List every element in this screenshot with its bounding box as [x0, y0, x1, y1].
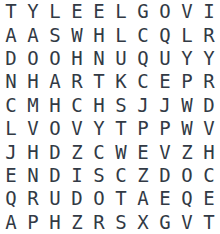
grid-cell-r3c2[interactable]: O: [22, 47, 44, 70]
grid-cell-r6c4[interactable]: V: [66, 117, 88, 140]
grid-cell-r3c7[interactable]: Q: [132, 47, 154, 70]
grid-cell-r5c4[interactable]: C: [66, 94, 88, 117]
grid-cell-r10c9[interactable]: V: [176, 211, 198, 234]
grid-cell-r8c5[interactable]: S: [88, 164, 110, 187]
grid-cell-r3c9[interactable]: Y: [176, 47, 198, 70]
grid-cell-r9c8[interactable]: E: [154, 187, 176, 210]
grid-cell-r7c8[interactable]: V: [154, 140, 176, 163]
grid-cell-r9c1[interactable]: Q: [0, 187, 22, 210]
grid-cell-r7c9[interactable]: Z: [176, 140, 198, 163]
grid-cell-r8c2[interactable]: N: [22, 164, 44, 187]
grid-cell-r10c8[interactable]: G: [154, 211, 176, 234]
grid-cell-r5c10[interactable]: D: [198, 94, 220, 117]
grid-cell-r9c7[interactable]: A: [132, 187, 154, 210]
grid-cell-r1c4[interactable]: E: [66, 0, 88, 23]
grid-cell-r10c6[interactable]: S: [110, 211, 132, 234]
grid-cell-r8c3[interactable]: D: [44, 164, 66, 187]
grid-cell-r9c9[interactable]: Q: [176, 187, 198, 210]
grid-cell-r9c10[interactable]: E: [198, 187, 220, 210]
grid-cell-r8c1[interactable]: E: [0, 164, 22, 187]
grid-cell-r3c6[interactable]: U: [110, 47, 132, 70]
grid-cell-r9c3[interactable]: U: [44, 187, 66, 210]
grid-cell-r8c4[interactable]: I: [66, 164, 88, 187]
grid-cell-r2c1[interactable]: A: [0, 23, 22, 46]
word-search-grid: TYLEELGOVIAASWHLCQLRDOOHNUQUYYNHARTKCEPR…: [0, 0, 220, 234]
grid-cell-r10c3[interactable]: H: [44, 211, 66, 234]
grid-cell-r7c4[interactable]: Z: [66, 140, 88, 163]
grid-cell-r1c10[interactable]: I: [198, 0, 220, 23]
grid-cell-r3c1[interactable]: D: [0, 47, 22, 70]
grid-cell-r5c1[interactable]: C: [0, 94, 22, 117]
grid-cell-r4c5[interactable]: T: [88, 70, 110, 93]
grid-cell-r4c7[interactable]: C: [132, 70, 154, 93]
grid-cell-r10c1[interactable]: A: [0, 211, 22, 234]
grid-cell-r8c7[interactable]: Z: [132, 164, 154, 187]
grid-cell-r4c4[interactable]: R: [66, 70, 88, 93]
grid-cell-r10c10[interactable]: T: [198, 211, 220, 234]
grid-cell-r2c3[interactable]: S: [44, 23, 66, 46]
grid-cell-r7c10[interactable]: H: [198, 140, 220, 163]
grid-cell-r6c9[interactable]: W: [176, 117, 198, 140]
grid-cell-r6c10[interactable]: V: [198, 117, 220, 140]
grid-cell-r6c7[interactable]: P: [132, 117, 154, 140]
grid-cell-r3c10[interactable]: Y: [198, 47, 220, 70]
grid-cell-r8c6[interactable]: C: [110, 164, 132, 187]
grid-cell-r6c2[interactable]: V: [22, 117, 44, 140]
grid-cell-r8c8[interactable]: D: [154, 164, 176, 187]
grid-cell-r2c2[interactable]: A: [22, 23, 44, 46]
grid-cell-r5c2[interactable]: M: [22, 94, 44, 117]
grid-cell-r5c7[interactable]: J: [132, 94, 154, 117]
grid-cell-r10c2[interactable]: P: [22, 211, 44, 234]
grid-cell-r10c7[interactable]: X: [132, 211, 154, 234]
grid-cell-r9c2[interactable]: R: [22, 187, 44, 210]
grid-cell-r6c8[interactable]: P: [154, 117, 176, 140]
grid-cell-r4c6[interactable]: K: [110, 70, 132, 93]
grid-cell-r7c7[interactable]: E: [132, 140, 154, 163]
grid-cell-r1c9[interactable]: V: [176, 0, 198, 23]
grid-cell-r5c3[interactable]: H: [44, 94, 66, 117]
grid-cell-r6c1[interactable]: L: [0, 117, 22, 140]
grid-cell-r1c1[interactable]: T: [0, 0, 22, 23]
grid-cell-r9c5[interactable]: O: [88, 187, 110, 210]
grid-cell-r1c6[interactable]: L: [110, 0, 132, 23]
grid-cell-r2c4[interactable]: W: [66, 23, 88, 46]
grid-cell-r6c5[interactable]: Y: [88, 117, 110, 140]
grid-cell-r1c2[interactable]: Y: [22, 0, 44, 23]
grid-cell-r5c6[interactable]: S: [110, 94, 132, 117]
grid-cell-r4c8[interactable]: E: [154, 70, 176, 93]
grid-cell-r4c3[interactable]: A: [44, 70, 66, 93]
grid-cell-r2c5[interactable]: H: [88, 23, 110, 46]
grid-cell-r1c3[interactable]: L: [44, 0, 66, 23]
grid-cell-r10c5[interactable]: R: [88, 211, 110, 234]
grid-cell-r7c6[interactable]: W: [110, 140, 132, 163]
grid-cell-r4c1[interactable]: N: [0, 70, 22, 93]
grid-cell-r4c2[interactable]: H: [22, 70, 44, 93]
grid-cell-r1c8[interactable]: O: [154, 0, 176, 23]
grid-cell-r9c6[interactable]: T: [110, 187, 132, 210]
grid-cell-r7c5[interactable]: C: [88, 140, 110, 163]
grid-cell-r1c7[interactable]: G: [132, 0, 154, 23]
grid-cell-r7c2[interactable]: H: [22, 140, 44, 163]
grid-cell-r3c3[interactable]: O: [44, 47, 66, 70]
grid-cell-r4c10[interactable]: R: [198, 70, 220, 93]
grid-cell-r2c7[interactable]: C: [132, 23, 154, 46]
grid-cell-r5c5[interactable]: H: [88, 94, 110, 117]
grid-cell-r3c5[interactable]: N: [88, 47, 110, 70]
grid-cell-r6c3[interactable]: O: [44, 117, 66, 140]
grid-cell-r5c9[interactable]: W: [176, 94, 198, 117]
grid-cell-r2c6[interactable]: L: [110, 23, 132, 46]
grid-cell-r4c9[interactable]: P: [176, 70, 198, 93]
grid-cell-r5c8[interactable]: J: [154, 94, 176, 117]
grid-cell-r2c8[interactable]: Q: [154, 23, 176, 46]
grid-cell-r8c9[interactable]: O: [176, 164, 198, 187]
grid-cell-r6c6[interactable]: T: [110, 117, 132, 140]
grid-cell-r9c4[interactable]: D: [66, 187, 88, 210]
grid-cell-r1c5[interactable]: E: [88, 0, 110, 23]
grid-cell-r7c3[interactable]: D: [44, 140, 66, 163]
grid-cell-r2c10[interactable]: R: [198, 23, 220, 46]
grid-cell-r8c10[interactable]: C: [198, 164, 220, 187]
grid-cell-r3c8[interactable]: U: [154, 47, 176, 70]
grid-cell-r2c9[interactable]: L: [176, 23, 198, 46]
grid-cell-r10c4[interactable]: Z: [66, 211, 88, 234]
grid-cell-r7c1[interactable]: J: [0, 140, 22, 163]
grid-cell-r3c4[interactable]: H: [66, 47, 88, 70]
